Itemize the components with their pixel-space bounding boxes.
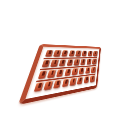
marker-tab — [41, 60, 50, 68]
marker-slot — [84, 51, 86, 54]
marker-slot — [93, 67, 95, 70]
marker-slot — [65, 80, 68, 84]
marker-slot — [48, 51, 51, 55]
marker-slot — [71, 51, 73, 54]
marker-tab — [38, 70, 47, 79]
marker-slot — [90, 51, 92, 54]
marker-slot — [54, 60, 57, 64]
marker-tab — [67, 59, 73, 66]
marker-slot — [79, 78, 81, 82]
marker-grid — [32, 49, 98, 94]
marker-tab — [80, 59, 85, 65]
product-photo — [0, 0, 120, 120]
marker-tab — [44, 81, 53, 91]
marker-tab — [74, 59, 80, 66]
marker-tab — [82, 50, 87, 56]
marker-slot — [89, 59, 91, 62]
marker-tab — [93, 51, 97, 56]
marker-tab — [70, 78, 76, 86]
marker-slot — [92, 76, 94, 80]
marker-tab — [51, 59, 59, 67]
card-frame — [18, 44, 101, 105]
marker-slot — [78, 51, 80, 54]
marker-tab — [76, 50, 81, 56]
marker-slot — [72, 79, 74, 83]
marker-tab — [53, 80, 61, 89]
marker-tab — [91, 67, 96, 74]
marker-slot — [83, 60, 85, 63]
marker-slot — [51, 71, 54, 75]
marker-tab — [79, 67, 84, 74]
marker-tab — [56, 69, 63, 77]
marker-slot — [86, 77, 88, 81]
marker-slot — [94, 59, 96, 62]
marker-tab — [64, 68, 71, 76]
marker-tab — [84, 76, 89, 84]
marker-slot — [38, 83, 42, 88]
marker-tab — [86, 59, 91, 65]
marker-slot — [69, 60, 71, 64]
marker-slot — [42, 71, 46, 76]
marker-tab — [45, 50, 53, 57]
marker-tab — [72, 68, 78, 75]
marker-tab — [92, 58, 96, 64]
marker-tab — [33, 82, 43, 92]
marker-slot — [59, 70, 62, 74]
marker-slot — [67, 69, 70, 73]
marker-tab — [69, 50, 75, 56]
marker-tab — [61, 50, 68, 57]
marker-slot — [57, 81, 60, 86]
marker-tab — [59, 59, 66, 66]
marker-tab — [90, 75, 95, 82]
marker-slot — [76, 60, 78, 63]
marker-slot — [45, 61, 48, 65]
marker-slot — [81, 68, 83, 72]
marker-tab — [77, 77, 83, 85]
marker-slot — [95, 52, 97, 55]
marker-tab — [85, 67, 90, 74]
marker-slot — [64, 51, 67, 54]
marker-slot — [62, 60, 65, 64]
marker-slot — [74, 69, 76, 73]
marker-tab — [53, 50, 60, 57]
marker-slot — [87, 68, 89, 71]
marker-slot — [57, 51, 60, 55]
marker-slot — [48, 82, 51, 87]
marker-tab — [47, 70, 55, 79]
marker-tab — [88, 51, 93, 57]
marker-tab — [62, 79, 69, 88]
marker-card — [18, 44, 101, 105]
